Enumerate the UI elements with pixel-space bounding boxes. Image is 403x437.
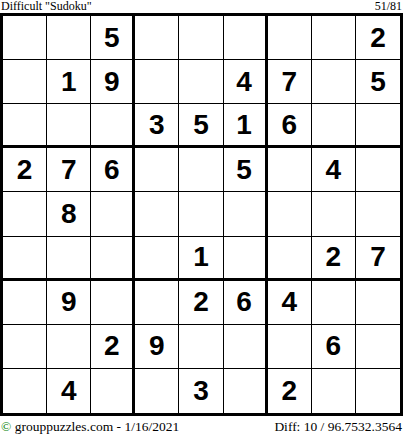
cell-r3c5[interactable]: 5 <box>179 104 223 148</box>
cell-r3c7[interactable]: 6 <box>268 104 312 148</box>
puzzle-title: Difficult "Sudoku" <box>1 0 92 12</box>
cell-r1c9[interactable]: 2 <box>356 16 400 60</box>
cell-r7c3[interactable] <box>91 281 135 325</box>
difficulty-text: Diff: 10 / 96.7532.3564 <box>274 419 402 434</box>
cell-r5c3[interactable] <box>91 192 135 236</box>
cell-r5c7[interactable] <box>268 192 312 236</box>
cell-r2c3[interactable]: 9 <box>91 60 135 104</box>
cell-r2c5[interactable] <box>179 60 223 104</box>
cell-r6c6[interactable] <box>224 237 268 281</box>
cell-r6c9[interactable]: 7 <box>356 237 400 281</box>
cell-r7c8[interactable] <box>312 281 356 325</box>
cell-r4c8[interactable]: 4 <box>312 148 356 192</box>
sudoku-page: Difficult "Sudoku" 51/81 521947535162765… <box>0 0 403 437</box>
cell-r4c4[interactable] <box>135 148 179 192</box>
cell-r9c4[interactable] <box>135 369 179 413</box>
cell-r1c6[interactable] <box>224 16 268 60</box>
cell-r5c1[interactable] <box>3 192 47 236</box>
cell-r6c7[interactable] <box>268 237 312 281</box>
cell-r8c9[interactable] <box>356 325 400 369</box>
cell-r1c8[interactable] <box>312 16 356 60</box>
cell-r6c4[interactable] <box>135 237 179 281</box>
cell-r2c8[interactable] <box>312 60 356 104</box>
cell-r1c7[interactable] <box>268 16 312 60</box>
cell-r8c7[interactable] <box>268 325 312 369</box>
cell-r7c5[interactable]: 2 <box>179 281 223 325</box>
cell-r7c6[interactable]: 6 <box>224 281 268 325</box>
cell-r1c4[interactable] <box>135 16 179 60</box>
credit-label: grouppuzzles.com - 1/16/2021 <box>15 419 180 434</box>
cell-r4c5[interactable] <box>179 148 223 192</box>
copyright-icon: © <box>1 419 11 434</box>
cell-r2c6[interactable]: 4 <box>224 60 268 104</box>
cell-r5c2[interactable]: 8 <box>47 192 91 236</box>
cell-r2c4[interactable] <box>135 60 179 104</box>
blank-counter: 51/81 <box>375 0 402 12</box>
sudoku-grid: 521947535162765481279264296432 <box>0 13 403 416</box>
cell-r6c2[interactable] <box>47 237 91 281</box>
cell-r6c8[interactable]: 2 <box>312 237 356 281</box>
cell-r3c9[interactable] <box>356 104 400 148</box>
cell-r9c8[interactable] <box>312 369 356 413</box>
cell-r5c9[interactable] <box>356 192 400 236</box>
cell-r2c2[interactable]: 1 <box>47 60 91 104</box>
cell-r9c1[interactable] <box>3 369 47 413</box>
cell-r5c8[interactable] <box>312 192 356 236</box>
cell-r7c1[interactable] <box>3 281 47 325</box>
cell-r9c6[interactable] <box>224 369 268 413</box>
cell-r8c6[interactable] <box>224 325 268 369</box>
cell-r3c8[interactable] <box>312 104 356 148</box>
cell-r4c7[interactable] <box>268 148 312 192</box>
cell-r9c3[interactable] <box>91 369 135 413</box>
cell-r9c7[interactable]: 2 <box>268 369 312 413</box>
footer: © grouppuzzles.com - 1/16/2021 Diff: 10 … <box>0 416 403 437</box>
cell-r7c2[interactable]: 9 <box>47 281 91 325</box>
cell-r3c6[interactable]: 1 <box>224 104 268 148</box>
cell-r8c1[interactable] <box>3 325 47 369</box>
cell-r6c3[interactable] <box>91 237 135 281</box>
header: Difficult "Sudoku" 51/81 <box>0 0 403 13</box>
cell-r3c1[interactable] <box>3 104 47 148</box>
cell-r1c2[interactable] <box>47 16 91 60</box>
cell-r2c9[interactable]: 5 <box>356 60 400 104</box>
cell-r3c3[interactable] <box>91 104 135 148</box>
cell-r8c4[interactable]: 9 <box>135 325 179 369</box>
cell-r9c9[interactable] <box>356 369 400 413</box>
cell-r4c9[interactable] <box>356 148 400 192</box>
cell-r1c3[interactable]: 5 <box>91 16 135 60</box>
cell-r1c1[interactable] <box>3 16 47 60</box>
cell-r9c2[interactable]: 4 <box>47 369 91 413</box>
cell-r7c9[interactable] <box>356 281 400 325</box>
cell-r8c2[interactable] <box>47 325 91 369</box>
cell-r6c1[interactable] <box>3 237 47 281</box>
cell-r6c5[interactable]: 1 <box>179 237 223 281</box>
cell-r2c7[interactable]: 7 <box>268 60 312 104</box>
cell-r8c8[interactable]: 6 <box>312 325 356 369</box>
cell-r4c3[interactable]: 6 <box>91 148 135 192</box>
cell-r3c2[interactable] <box>47 104 91 148</box>
cell-r4c1[interactable]: 2 <box>3 148 47 192</box>
cell-r5c6[interactable] <box>224 192 268 236</box>
credit-text: © grouppuzzles.com - 1/16/2021 <box>1 419 179 434</box>
cell-r4c6[interactable]: 5 <box>224 148 268 192</box>
cell-r5c5[interactable] <box>179 192 223 236</box>
cell-r7c4[interactable] <box>135 281 179 325</box>
cell-r3c4[interactable]: 3 <box>135 104 179 148</box>
cell-r9c5[interactable]: 3 <box>179 369 223 413</box>
cell-r8c3[interactable]: 2 <box>91 325 135 369</box>
cell-r7c7[interactable]: 4 <box>268 281 312 325</box>
cell-r8c5[interactable] <box>179 325 223 369</box>
cell-r5c4[interactable] <box>135 192 179 236</box>
cell-r4c2[interactable]: 7 <box>47 148 91 192</box>
cell-r1c5[interactable] <box>179 16 223 60</box>
cell-r2c1[interactable] <box>3 60 47 104</box>
